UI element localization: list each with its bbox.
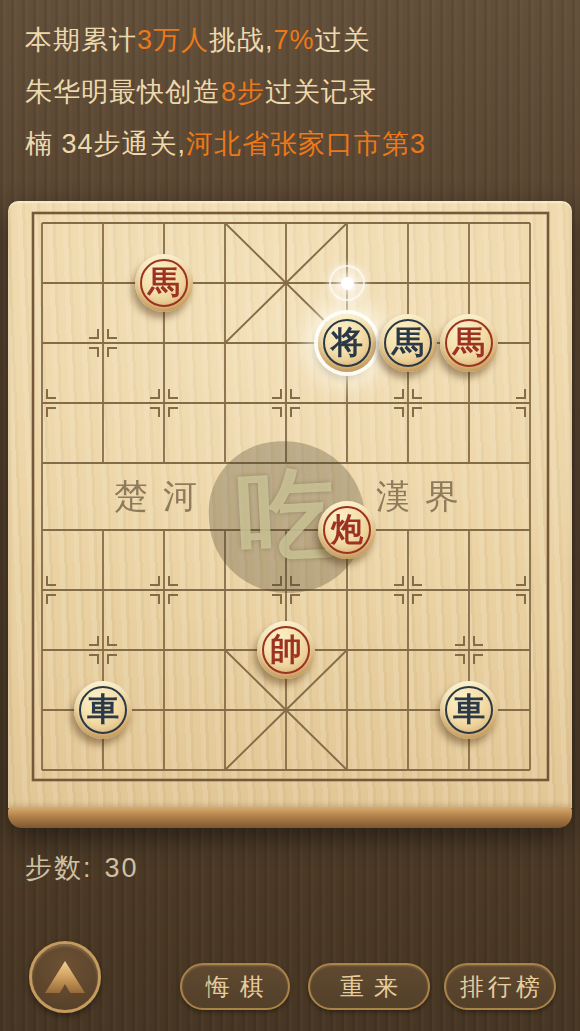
leaderboard-button[interactable]: 排行榜 [444,963,556,1010]
piece-character: 馬 [392,326,424,358]
stats-text: 过关 [315,25,371,55]
stats-line-3: 楠 34步通关,河北省张家口市第3 [25,118,565,170]
step-counter: 步数:30 [25,850,139,886]
home-button[interactable] [29,941,101,1013]
piece-red-general[interactable]: 帥 [257,621,315,679]
stats-text: 楠 34步通关, [25,129,186,159]
pieces-layer: 馬将馬馬炮帥車車 [12,193,561,860]
logo-arrow-icon [45,961,85,993]
piece-black-general[interactable]: 将 [318,314,376,372]
game-screen: 本期累计3万人挑战,7%过关 朱华明最快创造8步过关记录 楠 34步通关,河北省… [0,0,580,1031]
stats-text: 过关记录 [265,77,377,107]
piece-character: 帥 [270,633,302,665]
piece-character: 馬 [148,266,180,298]
stats-text: 挑战, [209,25,274,55]
stats-line-2: 朱华明最快创造8步过关记录 [25,66,565,118]
piece-character: 将 [331,326,363,358]
step-counter-label: 步数: [25,853,93,883]
stats-highlight: 河北省张家口市第3 [186,129,426,159]
piece-red-horse[interactable]: 馬 [135,254,193,312]
last-move-marker [329,265,365,301]
restart-button[interactable]: 重来 [308,963,430,1010]
stats-highlight: 7% [274,25,315,55]
stats-text: 本期累计 [25,25,137,55]
challenge-stats: 本期累计3万人挑战,7%过关 朱华明最快创造8步过关记录 楠 34步通关,河北省… [25,14,565,170]
undo-button[interactable]: 悔棋 [180,963,290,1010]
piece-red-horse[interactable]: 馬 [440,314,498,372]
board-surface[interactable]: 楚河 漢界 吃 馬将馬馬炮帥車車 [8,201,572,808]
piece-black-chariot[interactable]: 車 [440,681,498,739]
piece-black-horse[interactable]: 馬 [379,314,437,372]
board-front-edge [8,807,572,828]
step-counter-value: 30 [105,853,139,883]
xiangqi-board[interactable]: 楚河 漢界 吃 馬将馬馬炮帥車車 [8,201,572,828]
piece-character: 馬 [453,326,485,358]
piece-character: 車 [87,693,119,725]
piece-red-cannon[interactable]: 炮 [318,501,376,559]
piece-character: 車 [453,693,485,725]
piece-black-chariot[interactable]: 車 [74,681,132,739]
piece-character: 炮 [331,513,363,545]
stats-highlight: 3万人 [137,25,209,55]
stats-text: 朱华明最快创造 [25,77,221,107]
stats-highlight: 8步 [221,77,265,107]
stats-line-1: 本期累计3万人挑战,7%过关 [25,14,565,66]
